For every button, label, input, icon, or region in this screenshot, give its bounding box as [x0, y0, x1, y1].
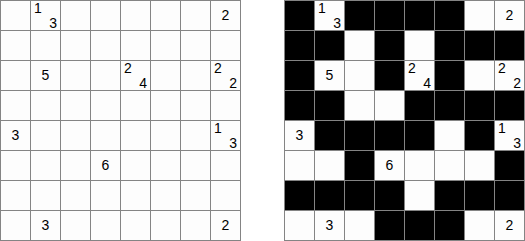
puzzle-cell-r7c2[interactable] — [31, 181, 60, 210]
solution-cell-r7c3 — [345, 181, 374, 210]
clue-value: 5 — [315, 61, 344, 90]
solution-cell-r6c1 — [285, 151, 314, 180]
clue-value: 2 — [495, 1, 524, 30]
puzzle-cell-r3c3[interactable] — [61, 61, 90, 90]
clue-value: 6 — [375, 151, 404, 180]
solution-cell-r6c6 — [435, 151, 464, 180]
solution-cell-r7c8 — [495, 181, 524, 210]
clue-value: 3 — [315, 211, 344, 240]
solution-cell-r2c3 — [345, 31, 374, 60]
clue-value-top-left: 1 — [34, 2, 42, 14]
solution-cell-r1c1 — [285, 1, 314, 30]
solution-cell-r1c7 — [465, 1, 494, 30]
clue-value-top-left: 1 — [318, 2, 326, 14]
puzzle-cell-r4c3[interactable] — [61, 91, 90, 120]
solution-cell-r4c2 — [315, 91, 344, 120]
solution-cell-r5c7 — [465, 121, 494, 150]
puzzle-cell-r6c4[interactable]: 6 — [91, 151, 120, 180]
solution-cell-r5c6 — [435, 121, 464, 150]
clue-value: 2 — [495, 211, 524, 240]
puzzle-cell-r4c2[interactable] — [31, 91, 60, 120]
solution-cell-r6c2 — [315, 151, 344, 180]
solution-cell-r3c8: 22 — [495, 61, 524, 90]
clue-value: 3 — [31, 211, 60, 240]
clue-value-bottom-right: 3 — [229, 137, 237, 149]
puzzle-cell-r5c2[interactable] — [31, 121, 60, 150]
solution-cell-r2c8 — [495, 31, 524, 60]
puzzle-cell-r1c4[interactable] — [91, 1, 120, 30]
puzzle-cell-r5c1[interactable]: 3 — [1, 121, 30, 150]
solution-cell-r1c5 — [405, 1, 434, 30]
puzzle-cell-r6c2[interactable] — [31, 151, 60, 180]
puzzle-cell-r3c5[interactable]: 24 — [121, 61, 150, 90]
solution-cell-r2c5 — [405, 31, 434, 60]
solution-cell-r7c1 — [285, 181, 314, 210]
clue-value-bottom-right: 4 — [423, 77, 431, 89]
clue-value-top-left: 1 — [214, 122, 222, 134]
solution-cell-r6c8 — [495, 151, 524, 180]
solution-cell-r5c2 — [315, 121, 344, 150]
puzzle-cell-r8c7[interactable] — [181, 211, 210, 240]
puzzle-cell-r5c4[interactable] — [91, 121, 120, 150]
solution-cell-r6c4: 6 — [375, 151, 404, 180]
puzzle-cell-r5c3[interactable] — [61, 121, 90, 150]
puzzle-cell-r1c3[interactable] — [61, 1, 90, 30]
solution-cell-r1c2: 13 — [315, 1, 344, 30]
puzzle-cell-r6c7[interactable] — [181, 151, 210, 180]
puzzle-cell-r5c6[interactable] — [151, 121, 180, 150]
clue-value-bottom-right: 2 — [229, 77, 237, 89]
puzzle-cell-r1c2[interactable]: 13 — [31, 1, 60, 30]
solution-cell-r2c1 — [285, 31, 314, 60]
clue-value-top-left: 2 — [214, 62, 222, 74]
solution-cell-r6c7 — [465, 151, 494, 180]
puzzle-cell-r7c5[interactable] — [121, 181, 150, 210]
clue-value-top-left: 1 — [498, 122, 506, 134]
solution-cell-r5c8: 13 — [495, 121, 524, 150]
clue-value-bottom-right: 2 — [513, 77, 521, 89]
solution-cell-r7c2 — [315, 181, 344, 210]
puzzle-cell-r3c2[interactable]: 5 — [31, 61, 60, 90]
puzzle-cell-r2c6[interactable] — [151, 31, 180, 60]
solution-cell-r3c7 — [465, 61, 494, 90]
solution-cell-r2c2 — [315, 31, 344, 60]
puzzle-cell-r3c8[interactable]: 22 — [211, 61, 240, 90]
clue-value: 3 — [285, 121, 314, 150]
solution-cell-r5c3 — [345, 121, 374, 150]
puzzle-cell-r8c8[interactable]: 2 — [211, 211, 240, 240]
clue-value-bottom-right: 4 — [139, 77, 147, 89]
clue-value-top-left: 2 — [124, 62, 132, 74]
solution-cell-r8c2: 3 — [315, 211, 344, 240]
puzzle-cell-r4c1[interactable] — [1, 91, 30, 120]
puzzle-grid: 13252422313632 — [0, 0, 241, 241]
clue-value: 3 — [1, 121, 30, 150]
puzzle-cell-r1c7[interactable] — [181, 1, 210, 30]
puzzle-cell-r5c5[interactable] — [121, 121, 150, 150]
solution-cell-r8c7 — [465, 211, 494, 240]
solution-cell-r7c5 — [405, 181, 434, 210]
clue-value: 2 — [211, 211, 240, 240]
puzzle-cell-r2c8[interactable] — [211, 31, 240, 60]
solution-cell-r2c4 — [375, 31, 404, 60]
solution-grid: 13252422313632 — [284, 0, 525, 241]
puzzle-cell-r6c1[interactable] — [1, 151, 30, 180]
solution-cell-r4c7 — [465, 91, 494, 120]
puzzle-cell-r2c3[interactable] — [61, 31, 90, 60]
puzzle-cell-r3c1[interactable] — [1, 61, 30, 90]
solution-cell-r4c5 — [405, 91, 434, 120]
puzzle-cell-r6c5[interactable] — [121, 151, 150, 180]
puzzle-cell-r8c5[interactable] — [121, 211, 150, 240]
solution-cell-r4c3 — [345, 91, 374, 120]
puzzle-cell-r2c2[interactable] — [31, 31, 60, 60]
solution-cell-r5c4 — [375, 121, 404, 150]
solution-cell-r4c6 — [435, 91, 464, 120]
clue-value-bottom-right: 3 — [49, 17, 57, 29]
puzzle-cell-r2c4[interactable] — [91, 31, 120, 60]
solution-cell-r3c5: 24 — [405, 61, 434, 90]
solution-cell-r3c1 — [285, 61, 314, 90]
puzzle-cell-r6c6[interactable] — [151, 151, 180, 180]
solution-cell-r1c8: 2 — [495, 1, 524, 30]
solution-cell-r5c1: 3 — [285, 121, 314, 150]
clue-value-bottom-right: 3 — [513, 137, 521, 149]
puzzle-cell-r6c3[interactable] — [61, 151, 90, 180]
puzzle-cell-r3c6[interactable] — [151, 61, 180, 90]
solution-cell-r8c6 — [435, 211, 464, 240]
solution-cell-r2c6 — [435, 31, 464, 60]
puzzle-cell-r7c3[interactable] — [61, 181, 90, 210]
solution-cell-r4c4 — [375, 91, 404, 120]
puzzle-cell-r7c1[interactable] — [1, 181, 30, 210]
solution-cell-r3c3 — [345, 61, 374, 90]
puzzle-cell-r1c5[interactable] — [121, 1, 150, 30]
solution-cell-r1c4 — [375, 1, 404, 30]
clue-value-top-left: 2 — [408, 62, 416, 74]
puzzle-cell-r3c7[interactable] — [181, 61, 210, 90]
solution-cell-r8c5 — [405, 211, 434, 240]
solution-cell-r3c4 — [375, 61, 404, 90]
solution-cell-r8c3 — [345, 211, 374, 240]
puzzle-cell-r8c4[interactable] — [91, 211, 120, 240]
puzzle-cell-r4c4[interactable] — [91, 91, 120, 120]
puzzle-cell-r4c5[interactable] — [121, 91, 150, 120]
solution-cell-r3c6 — [435, 61, 464, 90]
solution-cell-r4c8 — [495, 91, 524, 120]
puzzle-cell-r7c8[interactable] — [211, 181, 240, 210]
puzzle-cell-r1c6[interactable] — [151, 1, 180, 30]
puzzle-cell-r7c4[interactable] — [91, 181, 120, 210]
puzzle-cell-r2c5[interactable] — [121, 31, 150, 60]
puzzle-cell-r2c7[interactable] — [181, 31, 210, 60]
solution-cell-r7c4 — [375, 181, 404, 210]
puzzle-cell-r7c7[interactable] — [181, 181, 210, 210]
puzzle-cell-r6c8[interactable] — [211, 151, 240, 180]
solution-cell-r8c4 — [375, 211, 404, 240]
solution-cell-r2c7 — [465, 31, 494, 60]
solution-cell-r1c3 — [345, 1, 374, 30]
tapa-diagram: 13252422313632 13252422313632 — [0, 0, 525, 241]
puzzle-cell-r8c3[interactable] — [61, 211, 90, 240]
puzzle-cell-r4c8[interactable] — [211, 91, 240, 120]
solution-cell-r8c1 — [285, 211, 314, 240]
solution-cell-r4c1 — [285, 91, 314, 120]
puzzle-cell-r8c2[interactable]: 3 — [31, 211, 60, 240]
puzzle-cell-r5c8[interactable]: 13 — [211, 121, 240, 150]
puzzle-cell-r1c1[interactable] — [1, 1, 30, 30]
solution-cell-r8c8: 2 — [495, 211, 524, 240]
solution-cell-r7c7 — [465, 181, 494, 210]
puzzle-cell-r4c7[interactable] — [181, 91, 210, 120]
puzzle-cell-r2c1[interactable] — [1, 31, 30, 60]
puzzle-cell-r8c1[interactable] — [1, 211, 30, 240]
clue-value-bottom-right: 3 — [333, 17, 341, 29]
solution-cell-r3c2: 5 — [315, 61, 344, 90]
solution-cell-r7c6 — [435, 181, 464, 210]
clue-value: 2 — [211, 1, 240, 30]
solution-cell-r6c3 — [345, 151, 374, 180]
clue-value: 5 — [31, 61, 60, 90]
puzzle-cell-r4c6[interactable] — [151, 91, 180, 120]
puzzle-cell-r5c7[interactable] — [181, 121, 210, 150]
puzzle-cell-r3c4[interactable] — [91, 61, 120, 90]
puzzle-cell-r7c6[interactable] — [151, 181, 180, 210]
puzzle-cell-r1c8[interactable]: 2 — [211, 1, 240, 30]
solution-cell-r1c6 — [435, 1, 464, 30]
solution-cell-r6c5 — [405, 151, 434, 180]
clue-value: 6 — [91, 151, 120, 180]
clue-value-top-left: 2 — [498, 62, 506, 74]
solution-cell-r5c5 — [405, 121, 434, 150]
puzzle-cell-r8c6[interactable] — [151, 211, 180, 240]
